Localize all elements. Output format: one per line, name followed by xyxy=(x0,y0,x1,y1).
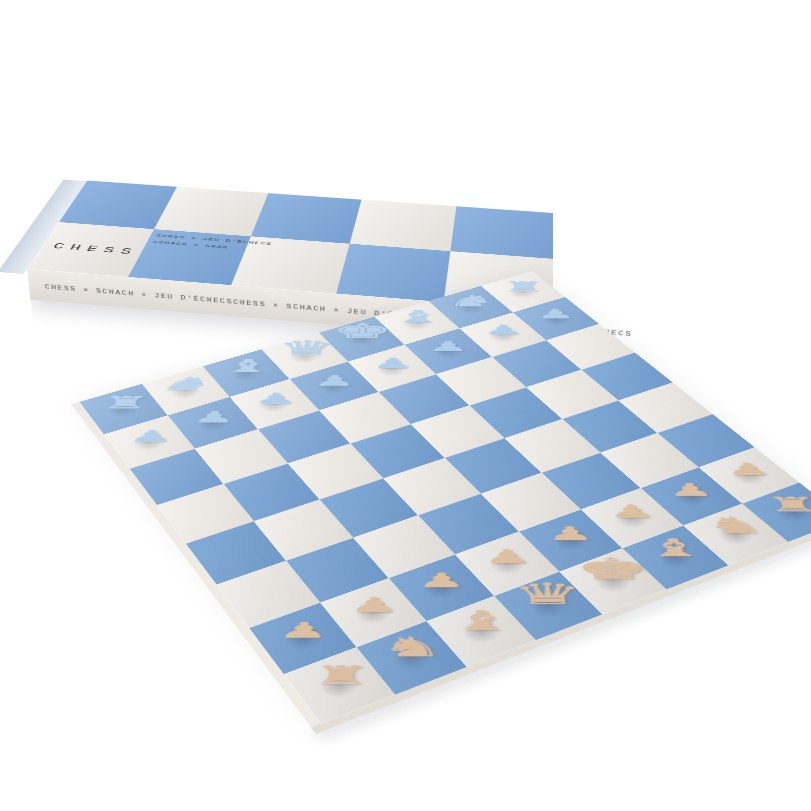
piece-blue-pawn: ♟ xyxy=(90,428,212,444)
piece-blue-pawn: ♟ xyxy=(503,307,611,320)
piece-blue-pawn: ♟ xyxy=(278,373,392,387)
piece-blue-pawn: ♟ xyxy=(154,409,273,424)
piece-blue-pawn: ♟ xyxy=(337,356,449,370)
piece-shadow xyxy=(303,660,376,710)
piece-shadow xyxy=(537,520,605,561)
piece-blue-pawn: ♟ xyxy=(394,339,504,353)
piece-shadow xyxy=(640,536,710,578)
piece-shadow xyxy=(473,542,542,584)
piece-shadow xyxy=(445,608,517,655)
chess-board: ♜♞♝♛♚♝♞♜♟♟♟♟♟♟♟♟♟♟♟♟♟♟♟♟♜♞♝♛♚♝♞♜ xyxy=(80,271,811,723)
piece-shadow xyxy=(658,477,725,515)
piece-shadow xyxy=(338,590,408,635)
piece-shadow xyxy=(407,565,476,609)
piece-shadow xyxy=(267,614,338,661)
piece-shadow xyxy=(513,583,584,628)
piece-shadow xyxy=(578,559,648,602)
piece-shadow xyxy=(701,514,770,555)
piece-blue-pawn: ♟ xyxy=(449,323,557,336)
piece-wood-pawn: ♟ xyxy=(686,461,811,478)
piece-blue-pawn: ♟ xyxy=(217,391,333,406)
board-scene: ♜♞♝♛♚♝♞♜♟♟♟♟♟♟♟♟♟♟♟♟♟♟♟♟♜♞♝♛♚♝♞♜ xyxy=(165,178,725,738)
product-photo: CHESS × SCHACH × JEU D'ÉCHECS CHESS × SC… xyxy=(0,0,811,811)
piece-shadow xyxy=(375,633,447,681)
piece-shadow xyxy=(598,498,665,538)
